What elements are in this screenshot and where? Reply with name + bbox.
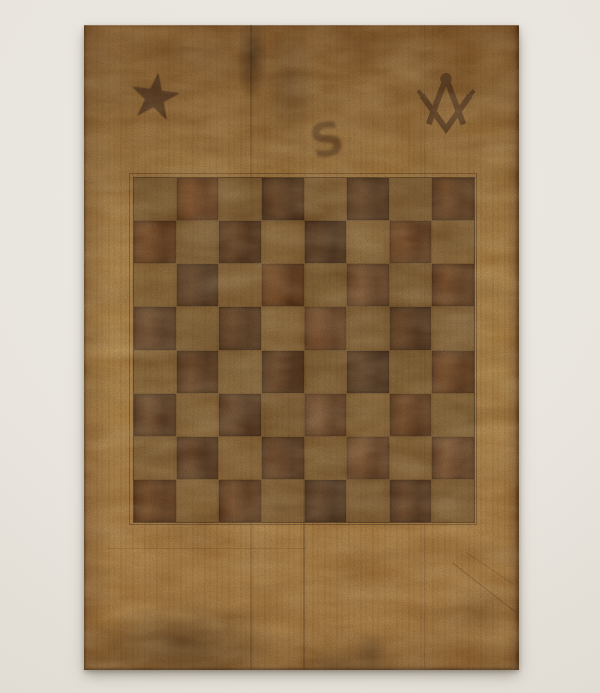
square-c2[interactable] xyxy=(219,437,261,479)
wooden-checkerboard: ★ S xyxy=(84,25,519,670)
square-d4[interactable] xyxy=(262,351,304,393)
square-b5[interactable] xyxy=(177,307,219,349)
square-h7[interactable] xyxy=(432,221,474,263)
square-a1[interactable] xyxy=(134,480,176,522)
scratch-mark xyxy=(106,548,306,549)
square-c8[interactable] xyxy=(219,178,261,220)
square-h1[interactable] xyxy=(432,480,474,522)
square-and-compasses-icon xyxy=(417,70,475,136)
square-a3[interactable] xyxy=(134,394,176,436)
square-g2[interactable] xyxy=(390,437,432,479)
square-a2[interactable] xyxy=(134,437,176,479)
square-d3[interactable] xyxy=(262,394,304,436)
square-g5[interactable] xyxy=(390,307,432,349)
square-f6[interactable] xyxy=(347,264,389,306)
square-e4[interactable] xyxy=(305,351,347,393)
square-e3[interactable] xyxy=(305,394,347,436)
square-e5[interactable] xyxy=(305,307,347,349)
square-f7[interactable] xyxy=(347,221,389,263)
square-e7[interactable] xyxy=(305,221,347,263)
square-d8[interactable] xyxy=(262,178,304,220)
square-h8[interactable] xyxy=(432,178,474,220)
square-d7[interactable] xyxy=(262,221,304,263)
square-b7[interactable] xyxy=(177,221,219,263)
square-h6[interactable] xyxy=(432,264,474,306)
square-b2[interactable] xyxy=(177,437,219,479)
maker-mark: S xyxy=(306,114,348,166)
square-b6[interactable] xyxy=(177,264,219,306)
square-a8[interactable] xyxy=(134,178,176,220)
square-d5[interactable] xyxy=(262,307,304,349)
square-c3[interactable] xyxy=(219,394,261,436)
square-f3[interactable] xyxy=(347,394,389,436)
square-e1[interactable] xyxy=(305,480,347,522)
square-h2[interactable] xyxy=(432,437,474,479)
square-a7[interactable] xyxy=(134,221,176,263)
square-d6[interactable] xyxy=(262,264,304,306)
star-inlay-icon: ★ xyxy=(123,62,187,131)
square-d1[interactable] xyxy=(262,480,304,522)
square-c1[interactable] xyxy=(219,480,261,522)
square-a6[interactable] xyxy=(134,264,176,306)
square-f8[interactable] xyxy=(347,178,389,220)
scratch-mark xyxy=(452,562,516,612)
square-e8[interactable] xyxy=(305,178,347,220)
square-b3[interactable] xyxy=(177,394,219,436)
square-f1[interactable] xyxy=(347,480,389,522)
square-c6[interactable] xyxy=(219,264,261,306)
square-d2[interactable] xyxy=(262,437,304,479)
square-b8[interactable] xyxy=(177,178,219,220)
square-a4[interactable] xyxy=(134,351,176,393)
square-f4[interactable] xyxy=(347,351,389,393)
square-e6[interactable] xyxy=(305,264,347,306)
square-g6[interactable] xyxy=(390,264,432,306)
square-h3[interactable] xyxy=(432,394,474,436)
square-h4[interactable] xyxy=(432,351,474,393)
checkerboard-grid xyxy=(133,177,475,523)
square-g7[interactable] xyxy=(390,221,432,263)
square-g4[interactable] xyxy=(390,351,432,393)
square-c7[interactable] xyxy=(219,221,261,263)
square-g3[interactable] xyxy=(390,394,432,436)
square-g8[interactable] xyxy=(390,178,432,220)
square-h5[interactable] xyxy=(432,307,474,349)
square-b4[interactable] xyxy=(177,351,219,393)
square-c4[interactable] xyxy=(219,351,261,393)
square-f2[interactable] xyxy=(347,437,389,479)
photo-background: ★ S xyxy=(0,0,600,693)
square-f5[interactable] xyxy=(347,307,389,349)
square-b1[interactable] xyxy=(177,480,219,522)
square-c5[interactable] xyxy=(219,307,261,349)
scratch-mark xyxy=(467,552,514,584)
square-a5[interactable] xyxy=(134,307,176,349)
square-g1[interactable] xyxy=(390,480,432,522)
square-e2[interactable] xyxy=(305,437,347,479)
